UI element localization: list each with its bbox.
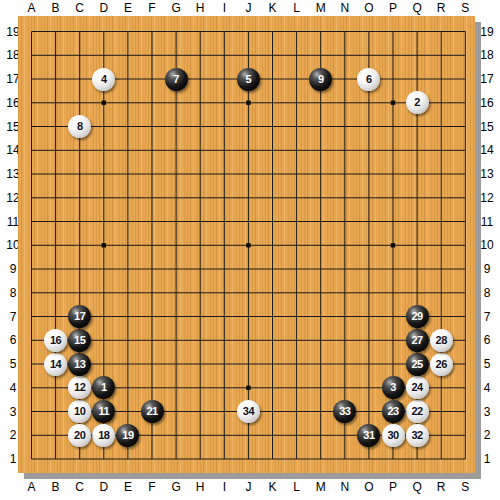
- col-label-bottom-Q: Q: [405, 480, 429, 494]
- stone-white-20-C2: 20: [68, 424, 91, 447]
- stone-number: 5: [246, 74, 252, 85]
- star-point-J4: [246, 386, 250, 390]
- star-point-J16: [246, 101, 250, 105]
- stone-number: 33: [339, 406, 350, 417]
- col-label-bottom-F: F: [140, 480, 164, 494]
- col-label-bottom-C: C: [68, 480, 92, 494]
- stone-black-9-M17: 9: [309, 68, 332, 91]
- col-label-top-E: E: [116, 1, 140, 15]
- stone-number: 1: [101, 382, 107, 393]
- col-label-bottom-B: B: [44, 480, 68, 494]
- row-label-right-11: 11: [473, 215, 500, 229]
- stone-number: 9: [318, 74, 324, 85]
- stone-black-23-P3: 23: [382, 400, 405, 423]
- stone-white-6-O17: 6: [357, 68, 380, 91]
- stone-white-4-D17: 4: [92, 68, 115, 91]
- col-label-bottom-A: A: [20, 480, 44, 494]
- col-label-top-I: I: [212, 1, 236, 15]
- star-point-D16: [102, 101, 106, 105]
- col-label-top-H: H: [188, 1, 212, 15]
- col-label-top-J: J: [236, 1, 260, 15]
- row-label-right-15: 15: [473, 120, 500, 134]
- stone-white-34-J3: 34: [237, 400, 260, 423]
- col-label-top-Q: Q: [405, 1, 429, 15]
- go-board-diagram: ABCDEFGHIJKLMNOPQRS ABCDEFGHIJKLMNOPQRS …: [0, 0, 500, 500]
- col-label-bottom-O: O: [357, 480, 381, 494]
- stone-black-15-C6: 15: [68, 329, 91, 352]
- stone-number: 14: [50, 359, 61, 370]
- col-label-top-K: K: [261, 1, 285, 15]
- stone-black-7-G17: 7: [165, 68, 188, 91]
- col-label-top-L: L: [285, 1, 309, 15]
- stone-black-13-C5: 13: [68, 353, 91, 376]
- stone-black-3-P4: 3: [382, 376, 405, 399]
- col-label-bottom-J: J: [236, 480, 260, 494]
- star-point-P16: [391, 101, 395, 105]
- stone-number: 23: [387, 406, 398, 417]
- stone-number: 28: [436, 335, 447, 346]
- row-label-right-6: 6: [473, 333, 500, 347]
- col-label-top-O: O: [357, 1, 381, 15]
- stone-number: 15: [74, 335, 85, 346]
- stone-number: 22: [411, 406, 422, 417]
- row-label-right-2: 2: [473, 428, 500, 442]
- stone-black-31-O2: 31: [357, 424, 380, 447]
- stone-number: 34: [243, 406, 254, 417]
- stone-black-27-Q6: 27: [406, 329, 429, 352]
- row-label-right-13: 13: [473, 167, 500, 181]
- col-label-bottom-M: M: [309, 480, 333, 494]
- col-label-bottom-N: N: [333, 480, 357, 494]
- stone-number: 8: [77, 121, 83, 132]
- stone-number: 21: [146, 406, 157, 417]
- stone-white-32-Q2: 32: [406, 424, 429, 447]
- stone-number: 29: [411, 311, 422, 322]
- stone-black-21-F3: 21: [141, 400, 164, 423]
- stone-number: 13: [74, 359, 85, 370]
- col-label-bottom-H: H: [188, 480, 212, 494]
- col-label-top-G: G: [164, 1, 188, 15]
- stone-black-5-J17: 5: [237, 68, 260, 91]
- row-label-right-12: 12: [473, 191, 500, 205]
- stone-number: 27: [411, 335, 422, 346]
- row-label-right-14: 14: [473, 143, 500, 157]
- row-label-right-1: 1: [473, 452, 500, 466]
- row-label-right-18: 18: [473, 48, 500, 62]
- row-label-right-19: 19: [473, 25, 500, 39]
- stone-number: 31: [363, 430, 374, 441]
- col-label-bottom-K: K: [261, 480, 285, 494]
- col-label-top-S: S: [453, 1, 477, 15]
- col-label-bottom-E: E: [116, 480, 140, 494]
- stone-number: 30: [387, 430, 398, 441]
- col-label-top-D: D: [92, 1, 116, 15]
- col-label-bottom-P: P: [381, 480, 405, 494]
- col-label-top-R: R: [429, 1, 453, 15]
- col-label-bottom-G: G: [164, 480, 188, 494]
- stone-number: 25: [411, 359, 422, 370]
- stone-white-18-D2: 18: [92, 424, 115, 447]
- row-label-right-7: 7: [473, 310, 500, 324]
- stone-black-29-Q7: 29: [406, 305, 429, 328]
- stone-number: 7: [173, 74, 179, 85]
- star-point-D10: [102, 243, 106, 247]
- stone-number: 3: [390, 382, 396, 393]
- stone-white-14-B5: 14: [44, 353, 67, 376]
- col-label-top-P: P: [381, 1, 405, 15]
- row-label-right-16: 16: [473, 96, 500, 110]
- row-label-right-3: 3: [473, 405, 500, 419]
- row-label-right-4: 4: [473, 381, 500, 395]
- row-label-right-5: 5: [473, 357, 500, 371]
- col-label-top-C: C: [68, 1, 92, 15]
- col-label-bottom-R: R: [429, 480, 453, 494]
- stone-number: 26: [436, 359, 447, 370]
- col-label-bottom-L: L: [285, 480, 309, 494]
- stone-number: 20: [74, 430, 85, 441]
- col-label-top-N: N: [333, 1, 357, 15]
- stone-number: 12: [74, 382, 85, 393]
- col-label-top-B: B: [44, 1, 68, 15]
- stone-number: 17: [74, 311, 85, 322]
- stone-white-28-R6: 28: [430, 329, 453, 352]
- stone-number: 4: [101, 74, 107, 85]
- col-label-top-F: F: [140, 1, 164, 15]
- stone-white-26-R5: 26: [430, 353, 453, 376]
- row-label-right-17: 17: [473, 72, 500, 86]
- stone-number: 24: [411, 382, 422, 393]
- stone-white-30-P2: 30: [382, 424, 405, 447]
- col-label-bottom-D: D: [92, 480, 116, 494]
- stone-white-2-Q16: 2: [406, 91, 429, 114]
- row-label-right-8: 8: [473, 286, 500, 300]
- stone-number: 2: [414, 97, 420, 108]
- stone-black-19-E2: 19: [116, 424, 139, 447]
- col-label-top-A: A: [20, 1, 44, 15]
- stone-black-25-Q5: 25: [406, 353, 429, 376]
- stone-white-16-B6: 16: [44, 329, 67, 352]
- col-label-bottom-I: I: [212, 480, 236, 494]
- stone-number: 16: [50, 335, 61, 346]
- goban[interactable]: 1234567891011121314151617181920212223242…: [18, 16, 475, 473]
- star-point-P10: [391, 243, 395, 247]
- stone-white-24-Q4: 24: [406, 376, 429, 399]
- col-label-bottom-S: S: [453, 480, 477, 494]
- col-label-top-M: M: [309, 1, 333, 15]
- row-label-right-10: 10: [473, 238, 500, 252]
- star-point-J10: [246, 243, 250, 247]
- stone-number: 19: [122, 430, 133, 441]
- stone-number: 18: [98, 430, 109, 441]
- stone-number: 6: [366, 74, 372, 85]
- row-label-right-9: 9: [473, 262, 500, 276]
- stone-number: 11: [98, 406, 109, 417]
- stone-number: 32: [411, 430, 422, 441]
- stone-number: 10: [74, 406, 85, 417]
- stone-white-22-Q3: 22: [406, 400, 429, 423]
